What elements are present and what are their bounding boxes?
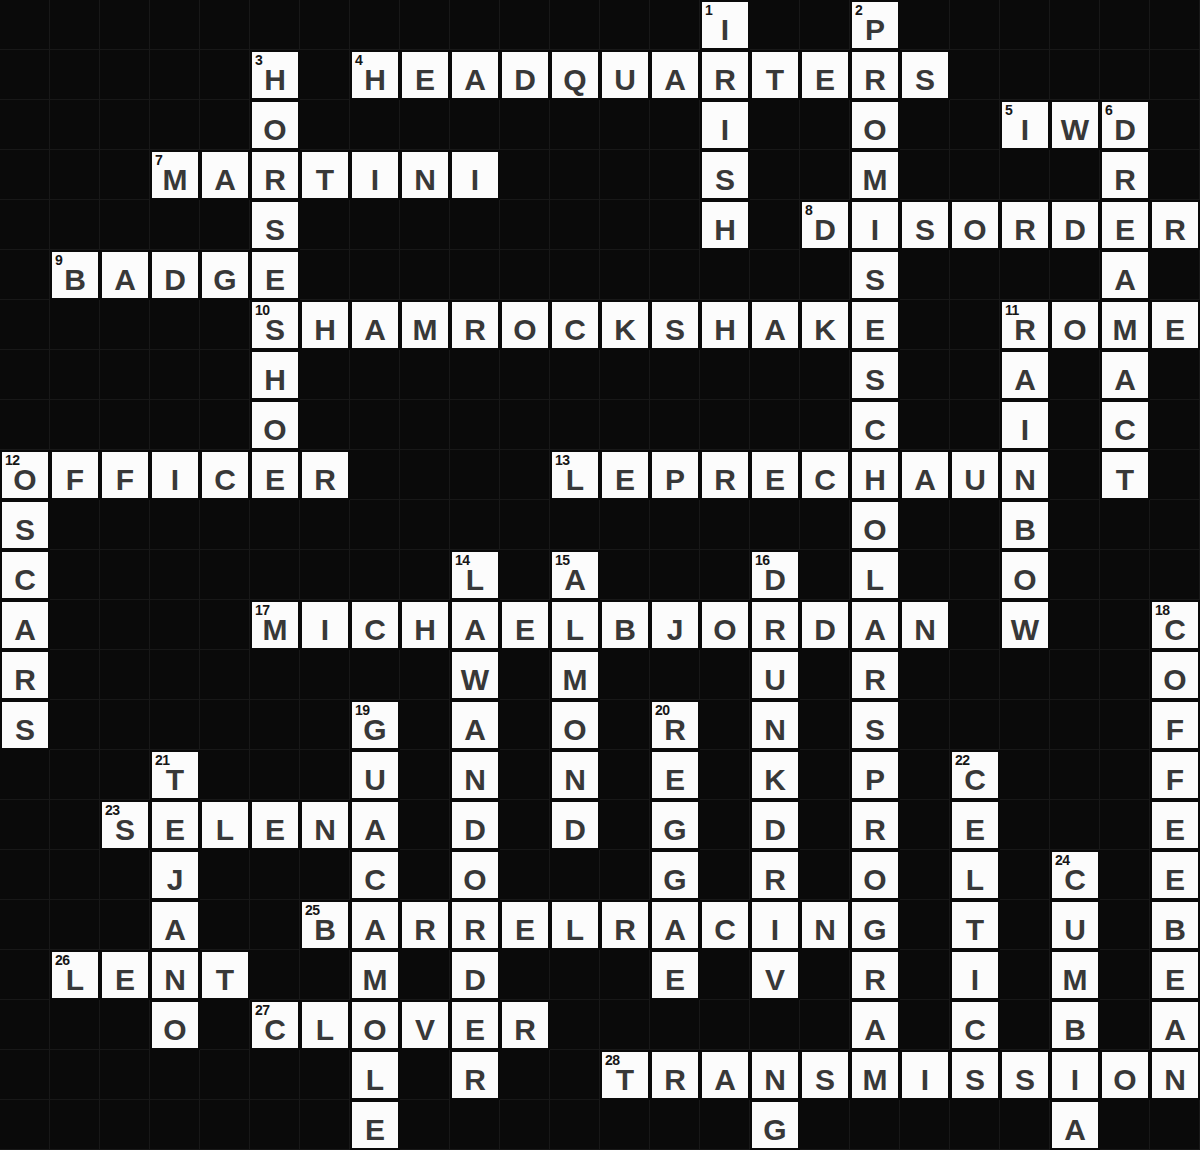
cell-r6c17[interactable]: E bbox=[850, 300, 900, 350]
cell-r3c22[interactable]: R bbox=[1100, 150, 1150, 200]
cell-r6c5[interactable]: 10S bbox=[250, 300, 300, 350]
cell-r6c11[interactable]: C bbox=[550, 300, 600, 350]
cell-r18c13[interactable]: A bbox=[650, 900, 700, 950]
cell-r4c16[interactable]: 8D bbox=[800, 200, 850, 250]
cell-r5c5[interactable]: E bbox=[250, 250, 300, 300]
cell-r12c10[interactable]: E bbox=[500, 600, 550, 650]
block-r2c1 bbox=[50, 100, 100, 150]
cell-r15c13[interactable]: E bbox=[650, 750, 700, 800]
cell-r5c3[interactable]: D bbox=[150, 250, 200, 300]
block-r14c10 bbox=[500, 700, 550, 750]
cell-r6c22[interactable]: M bbox=[1100, 300, 1150, 350]
cell-r4c5[interactable]: S bbox=[250, 200, 300, 250]
cell-r14c13[interactable]: 20R bbox=[650, 700, 700, 750]
block-r13c6 bbox=[300, 650, 350, 700]
block-r13c3 bbox=[150, 650, 200, 700]
cell-letter: H bbox=[414, 615, 436, 648]
cell-r9c15[interactable]: E bbox=[750, 450, 800, 500]
cell-r19c15[interactable]: V bbox=[750, 950, 800, 1000]
cell-r21c22[interactable]: O bbox=[1100, 1050, 1150, 1100]
cell-r16c19[interactable]: E bbox=[950, 800, 1000, 850]
cell-r20c5[interactable]: 27C bbox=[250, 1000, 300, 1050]
cell-r12c13[interactable]: J bbox=[650, 600, 700, 650]
cell-r10c20[interactable]: B bbox=[1000, 500, 1050, 550]
cell-letter: E bbox=[765, 465, 785, 498]
cell-letter: O bbox=[1063, 315, 1086, 348]
block-r8c14 bbox=[700, 400, 750, 450]
cell-letter: U bbox=[964, 465, 986, 498]
cell-r1c11[interactable]: Q bbox=[550, 50, 600, 100]
cell-r9c5[interactable]: E bbox=[250, 450, 300, 500]
cell-r21c9[interactable]: R bbox=[450, 1050, 500, 1100]
cell-r16c4[interactable]: L bbox=[200, 800, 250, 850]
cell-letter: R bbox=[1164, 215, 1186, 248]
cell-r15c19[interactable]: 22C bbox=[950, 750, 1000, 800]
cell-r11c20[interactable]: O bbox=[1000, 550, 1050, 600]
cell-r21c7[interactable]: L bbox=[350, 1050, 400, 1100]
block-r10c5 bbox=[250, 500, 300, 550]
cell-r20c10[interactable]: R bbox=[500, 1000, 550, 1050]
cell-r14c11[interactable]: O bbox=[550, 700, 600, 750]
cell-r12c20[interactable]: W bbox=[1000, 600, 1050, 650]
cell-letter: R bbox=[14, 665, 36, 698]
cell-r18c16[interactable]: N bbox=[800, 900, 850, 950]
cell-r6c10[interactable]: O bbox=[500, 300, 550, 350]
cell-letter: T bbox=[166, 765, 184, 798]
cell-r20c17[interactable]: A bbox=[850, 1000, 900, 1050]
cell-r5c1[interactable]: 9B bbox=[50, 250, 100, 300]
cell-r1c13[interactable]: A bbox=[650, 50, 700, 100]
cell-r2c21[interactable]: W bbox=[1050, 100, 1100, 150]
block-r10c16 bbox=[800, 500, 850, 550]
cell-r19c4[interactable]: T bbox=[200, 950, 250, 1000]
cell-r6c23[interactable]: E bbox=[1150, 300, 1200, 350]
cell-r9c6[interactable]: R bbox=[300, 450, 350, 500]
cell-r6c15[interactable]: A bbox=[750, 300, 800, 350]
cell-r15c3[interactable]: 21T bbox=[150, 750, 200, 800]
cell-r11c11[interactable]: 15A bbox=[550, 550, 600, 600]
cell-r8c17[interactable]: C bbox=[850, 400, 900, 450]
cell-r2c5[interactable]: O bbox=[250, 100, 300, 150]
cell-r4c23[interactable]: R bbox=[1150, 200, 1200, 250]
cell-r12c0[interactable]: A bbox=[0, 600, 50, 650]
cell-r3c8[interactable]: N bbox=[400, 150, 450, 200]
cell-r12c6[interactable]: I bbox=[300, 600, 350, 650]
block-r10c13 bbox=[650, 500, 700, 550]
block-r20c4 bbox=[200, 1000, 250, 1050]
cell-r14c9[interactable]: A bbox=[450, 700, 500, 750]
block-r22c1 bbox=[50, 1100, 100, 1150]
cell-r18c7[interactable]: A bbox=[350, 900, 400, 950]
cell-r16c6[interactable]: N bbox=[300, 800, 350, 850]
block-r6c1 bbox=[50, 300, 100, 350]
cell-letter: I bbox=[1021, 115, 1029, 148]
cell-r2c17[interactable]: O bbox=[850, 100, 900, 150]
block-r5c6 bbox=[300, 250, 350, 300]
cell-r14c7[interactable]: 19G bbox=[350, 700, 400, 750]
cell-r6c16[interactable]: K bbox=[800, 300, 850, 350]
block-r22c10 bbox=[500, 1100, 550, 1150]
block-r14c6 bbox=[300, 700, 350, 750]
cell-r19c13[interactable]: E bbox=[650, 950, 700, 1000]
cell-r5c17[interactable]: S bbox=[850, 250, 900, 300]
cell-r4c19[interactable]: O bbox=[950, 200, 1000, 250]
cell-r1c14[interactable]: R bbox=[700, 50, 750, 100]
cell-r21c16[interactable]: S bbox=[800, 1050, 850, 1100]
block-r5c0 bbox=[0, 250, 50, 300]
cell-r3c17[interactable]: M bbox=[850, 150, 900, 200]
block-r15c2 bbox=[100, 750, 150, 800]
cell-r3c9[interactable]: I bbox=[450, 150, 500, 200]
cell-r5c2[interactable]: A bbox=[100, 250, 150, 300]
block-r13c13 bbox=[650, 650, 700, 700]
cell-r14c0[interactable]: S bbox=[0, 700, 50, 750]
block-r1c1 bbox=[50, 50, 100, 100]
cell-r9c14[interactable]: R bbox=[700, 450, 750, 500]
cell-r2c20[interactable]: 5I bbox=[1000, 100, 1050, 150]
cell-letter: V bbox=[415, 1015, 435, 1048]
cell-r0c14[interactable]: 1I bbox=[700, 0, 750, 50]
cell-r3c14[interactable]: S bbox=[700, 150, 750, 200]
cell-r21c13[interactable]: R bbox=[650, 1050, 700, 1100]
cell-r3c3[interactable]: 7M bbox=[150, 150, 200, 200]
cell-r21c21[interactable]: I bbox=[1050, 1050, 1100, 1100]
cell-r18c6[interactable]: 25B bbox=[300, 900, 350, 950]
cell-r6c13[interactable]: S bbox=[650, 300, 700, 350]
cell-letter: R bbox=[414, 915, 436, 948]
block-r11c6 bbox=[300, 550, 350, 600]
cell-letter: N bbox=[764, 1065, 786, 1098]
cell-r12c18[interactable]: N bbox=[900, 600, 950, 650]
cell-r8c5[interactable]: O bbox=[250, 400, 300, 450]
cell-r7c22[interactable]: A bbox=[1100, 350, 1150, 400]
cell-r13c11[interactable]: M bbox=[550, 650, 600, 700]
cell-r15c11[interactable]: N bbox=[550, 750, 600, 800]
cell-r6c20[interactable]: 11R bbox=[1000, 300, 1050, 350]
cell-r16c17[interactable]: R bbox=[850, 800, 900, 850]
cell-r9c0[interactable]: 12O bbox=[0, 450, 50, 500]
cell-r20c9[interactable]: E bbox=[450, 1000, 500, 1050]
cell-letter: T bbox=[766, 65, 784, 98]
cell-r20c23[interactable]: A bbox=[1150, 1000, 1200, 1050]
block-r15c5 bbox=[250, 750, 300, 800]
cell-r9c1[interactable]: F bbox=[50, 450, 100, 500]
cell-r16c9[interactable]: D bbox=[450, 800, 500, 850]
cell-r13c9[interactable]: W bbox=[450, 650, 500, 700]
cell-letter: R bbox=[1014, 315, 1036, 348]
cell-r11c9[interactable]: 14L bbox=[450, 550, 500, 600]
cell-r9c4[interactable]: C bbox=[200, 450, 250, 500]
cell-r15c9[interactable]: N bbox=[450, 750, 500, 800]
cell-r4c21[interactable]: D bbox=[1050, 200, 1100, 250]
cell-letter: A bbox=[664, 915, 686, 948]
cell-letter: S bbox=[865, 715, 885, 748]
cell-letter: E bbox=[1165, 865, 1185, 898]
cell-r19c21[interactable]: M bbox=[1050, 950, 1100, 1000]
cell-r16c11[interactable]: D bbox=[550, 800, 600, 850]
cell-r18c11[interactable]: L bbox=[550, 900, 600, 950]
cell-letter: E bbox=[415, 65, 435, 98]
cell-r16c5[interactable]: E bbox=[250, 800, 300, 850]
cell-r21c18[interactable]: I bbox=[900, 1050, 950, 1100]
block-r22c5 bbox=[250, 1100, 300, 1150]
cell-r10c17[interactable]: O bbox=[850, 500, 900, 550]
cell-r21c20[interactable]: S bbox=[1000, 1050, 1050, 1100]
cell-r1c17[interactable]: R bbox=[850, 50, 900, 100]
cell-r12c15[interactable]: R bbox=[750, 600, 800, 650]
cell-r20c21[interactable]: B bbox=[1050, 1000, 1100, 1050]
block-r10c19 bbox=[950, 500, 1000, 550]
cell-r20c3[interactable]: O bbox=[150, 1000, 200, 1050]
cell-r6c7[interactable]: A bbox=[350, 300, 400, 350]
cell-letter: H bbox=[714, 315, 736, 348]
cell-r1c5[interactable]: 3H bbox=[250, 50, 300, 100]
cell-r13c23[interactable]: O bbox=[1150, 650, 1200, 700]
cell-r9c17[interactable]: H bbox=[850, 450, 900, 500]
cell-r9c11[interactable]: 13L bbox=[550, 450, 600, 500]
cell-letter: L bbox=[66, 965, 84, 998]
cell-r12c12[interactable]: B bbox=[600, 600, 650, 650]
cell-r9c12[interactable]: E bbox=[600, 450, 650, 500]
block-r8c3 bbox=[150, 400, 200, 450]
cell-r17c23[interactable]: E bbox=[1150, 850, 1200, 900]
cell-r15c17[interactable]: P bbox=[850, 750, 900, 800]
cell-r21c15[interactable]: N bbox=[750, 1050, 800, 1100]
cell-r9c20[interactable]: N bbox=[1000, 450, 1050, 500]
cell-r16c23[interactable]: E bbox=[1150, 800, 1200, 850]
cell-r6c14[interactable]: H bbox=[700, 300, 750, 350]
cell-r4c20[interactable]: R bbox=[1000, 200, 1050, 250]
block-r16c21 bbox=[1050, 800, 1100, 850]
cell-r17c7[interactable]: C bbox=[350, 850, 400, 900]
cell-r1c8[interactable]: E bbox=[400, 50, 450, 100]
cell-r12c16[interactable]: D bbox=[800, 600, 850, 650]
cell-r18c15[interactable]: I bbox=[750, 900, 800, 950]
cell-r2c14[interactable]: I bbox=[700, 100, 750, 150]
cell-r3c5[interactable]: R bbox=[250, 150, 300, 200]
block-r13c4 bbox=[200, 650, 250, 700]
block-r4c3 bbox=[150, 200, 200, 250]
cell-r17c13[interactable]: G bbox=[650, 850, 700, 900]
cell-r7c17[interactable]: S bbox=[850, 350, 900, 400]
cell-r2c22[interactable]: 6D bbox=[1100, 100, 1150, 150]
cell-r9c18[interactable]: A bbox=[900, 450, 950, 500]
cell-r20c19[interactable]: C bbox=[950, 1000, 1000, 1050]
cell-r19c7[interactable]: M bbox=[350, 950, 400, 1000]
block-r17c10 bbox=[500, 850, 550, 900]
cell-r21c23[interactable]: N bbox=[1150, 1050, 1200, 1100]
cell-r12c17[interactable]: A bbox=[850, 600, 900, 650]
block-r3c0 bbox=[0, 150, 50, 200]
cell-r22c7[interactable]: E bbox=[350, 1100, 400, 1150]
cell-r7c20[interactable]: A bbox=[1000, 350, 1050, 400]
cell-letter: M bbox=[263, 615, 288, 648]
cell-r15c23[interactable]: F bbox=[1150, 750, 1200, 800]
cell-r22c15[interactable]: G bbox=[750, 1100, 800, 1150]
cell-r13c0[interactable]: R bbox=[0, 650, 50, 700]
block-r17c4 bbox=[200, 850, 250, 900]
cell-r21c12[interactable]: 28T bbox=[600, 1050, 650, 1100]
cell-r18c21[interactable]: U bbox=[1050, 900, 1100, 950]
cell-r20c8[interactable]: V bbox=[400, 1000, 450, 1050]
cell-r17c21[interactable]: 24C bbox=[1050, 850, 1100, 900]
cell-r1c16[interactable]: E bbox=[800, 50, 850, 100]
cell-r10c0[interactable]: S bbox=[0, 500, 50, 550]
cell-r16c2[interactable]: 23S bbox=[100, 800, 150, 850]
cell-letter: F bbox=[116, 465, 134, 498]
cell-r14c23[interactable]: F bbox=[1150, 700, 1200, 750]
cell-r11c15[interactable]: 16D bbox=[750, 550, 800, 600]
cell-r16c7[interactable]: A bbox=[350, 800, 400, 850]
cell-r12c8[interactable]: H bbox=[400, 600, 450, 650]
cell-r12c14[interactable]: O bbox=[700, 600, 750, 650]
cell-letter: A bbox=[14, 615, 36, 648]
cell-r4c18[interactable]: S bbox=[900, 200, 950, 250]
cell-r17c15[interactable]: R bbox=[750, 850, 800, 900]
cell-r16c13[interactable]: G bbox=[650, 800, 700, 850]
cell-r4c14[interactable]: H bbox=[700, 200, 750, 250]
cell-r18c12[interactable]: R bbox=[600, 900, 650, 950]
cell-letter: G bbox=[213, 265, 236, 298]
cell-r15c7[interactable]: U bbox=[350, 750, 400, 800]
cell-r12c23[interactable]: 18C bbox=[1150, 600, 1200, 650]
cell-r11c0[interactable]: C bbox=[0, 550, 50, 600]
cell-letter: N bbox=[414, 165, 436, 198]
cell-r18c8[interactable]: R bbox=[400, 900, 450, 950]
cell-r18c23[interactable]: B bbox=[1150, 900, 1200, 950]
cell-r0c17[interactable]: 2P bbox=[850, 0, 900, 50]
block-r14c22 bbox=[1100, 700, 1150, 750]
block-r17c18 bbox=[900, 850, 950, 900]
cell-r22c21[interactable]: A bbox=[1050, 1100, 1100, 1150]
cell-r16c3[interactable]: E bbox=[150, 800, 200, 850]
cell-r1c15[interactable]: T bbox=[750, 50, 800, 100]
cell-r9c16[interactable]: C bbox=[800, 450, 850, 500]
cell-letter: T bbox=[616, 1065, 634, 1098]
cell-r21c19[interactable]: S bbox=[950, 1050, 1000, 1100]
block-r22c14 bbox=[700, 1100, 750, 1150]
cell-r1c9[interactable]: A bbox=[450, 50, 500, 100]
block-r20c2 bbox=[100, 1000, 150, 1050]
block-r15c21 bbox=[1050, 750, 1100, 800]
cell-letter: E bbox=[1115, 215, 1135, 248]
cell-r18c14[interactable]: C bbox=[700, 900, 750, 950]
cell-r6c12[interactable]: K bbox=[600, 300, 650, 350]
cell-letter: A bbox=[914, 465, 936, 498]
cell-r19c17[interactable]: R bbox=[850, 950, 900, 1000]
cell-r13c15[interactable]: U bbox=[750, 650, 800, 700]
cell-r6c21[interactable]: O bbox=[1050, 300, 1100, 350]
cell-r9c19[interactable]: U bbox=[950, 450, 1000, 500]
cell-r12c11[interactable]: L bbox=[550, 600, 600, 650]
cell-r8c20[interactable]: I bbox=[1000, 400, 1050, 450]
block-r16c20 bbox=[1000, 800, 1050, 850]
cell-r15c15[interactable]: K bbox=[750, 750, 800, 800]
clue-number-23: 23 bbox=[105, 803, 120, 818]
cell-r1c18[interactable]: S bbox=[900, 50, 950, 100]
cell-r1c7[interactable]: 4H bbox=[350, 50, 400, 100]
cell-letter: A bbox=[364, 315, 386, 348]
cell-r7c5[interactable]: H bbox=[250, 350, 300, 400]
block-r12c21 bbox=[1050, 600, 1100, 650]
cell-r6c8[interactable]: M bbox=[400, 300, 450, 350]
cell-r9c22[interactable]: T bbox=[1100, 450, 1150, 500]
cell-r12c7[interactable]: C bbox=[350, 600, 400, 650]
block-r17c22 bbox=[1100, 850, 1150, 900]
block-r5c15 bbox=[750, 250, 800, 300]
cell-r1c10[interactable]: D bbox=[500, 50, 550, 100]
cell-r3c6[interactable]: T bbox=[300, 150, 350, 200]
cell-r18c3[interactable]: A bbox=[150, 900, 200, 950]
cell-r16c15[interactable]: D bbox=[750, 800, 800, 850]
cell-r18c9[interactable]: R bbox=[450, 900, 500, 950]
cell-r21c14[interactable]: A bbox=[700, 1050, 750, 1100]
cell-r19c2[interactable]: E bbox=[100, 950, 150, 1000]
cell-r18c10[interactable]: E bbox=[500, 900, 550, 950]
cell-r20c7[interactable]: O bbox=[350, 1000, 400, 1050]
cell-r17c3[interactable]: J bbox=[150, 850, 200, 900]
cell-r20c6[interactable]: L bbox=[300, 1000, 350, 1050]
cell-r14c15[interactable]: N bbox=[750, 700, 800, 750]
cell-r17c9[interactable]: O bbox=[450, 850, 500, 900]
cell-r17c17[interactable]: O bbox=[850, 850, 900, 900]
cell-r3c4[interactable]: A bbox=[200, 150, 250, 200]
block-r19c12 bbox=[600, 950, 650, 1000]
cell-r19c1[interactable]: 26L bbox=[50, 950, 100, 1000]
block-r22c13 bbox=[650, 1100, 700, 1150]
cell-r21c17[interactable]: M bbox=[850, 1050, 900, 1100]
cell-letter: E bbox=[465, 1015, 485, 1048]
cell-r19c9[interactable]: D bbox=[450, 950, 500, 1000]
cell-r12c5[interactable]: 17M bbox=[250, 600, 300, 650]
cell-r9c2[interactable]: F bbox=[100, 450, 150, 500]
block-r20c20 bbox=[1000, 1000, 1050, 1050]
cell-r9c13[interactable]: P bbox=[650, 450, 700, 500]
cell-r19c3[interactable]: N bbox=[150, 950, 200, 1000]
block-r8c10 bbox=[500, 400, 550, 450]
clue-number-4: 4 bbox=[355, 53, 362, 68]
cell-r5c4[interactable]: G bbox=[200, 250, 250, 300]
cell-letter: A bbox=[864, 1015, 886, 1048]
cell-r5c22[interactable]: A bbox=[1100, 250, 1150, 300]
cell-r14c17[interactable]: S bbox=[850, 700, 900, 750]
block-r10c12 bbox=[600, 500, 650, 550]
cell-letter: R bbox=[464, 1065, 486, 1098]
cell-r4c17[interactable]: I bbox=[850, 200, 900, 250]
cell-r12c9[interactable]: A bbox=[450, 600, 500, 650]
cell-r1c12[interactable]: U bbox=[600, 50, 650, 100]
cell-r17c19[interactable]: L bbox=[950, 850, 1000, 900]
cell-r18c19[interactable]: T bbox=[950, 900, 1000, 950]
cell-r4c22[interactable]: E bbox=[1100, 200, 1150, 250]
cell-r3c7[interactable]: I bbox=[350, 150, 400, 200]
cell-letter: A bbox=[864, 615, 886, 648]
cell-r11c17[interactable]: L bbox=[850, 550, 900, 600]
cell-r6c6[interactable]: H bbox=[300, 300, 350, 350]
cell-r18c17[interactable]: G bbox=[850, 900, 900, 950]
cell-letter: C bbox=[714, 915, 736, 948]
cell-letter: I bbox=[771, 915, 779, 948]
cell-r8c22[interactable]: C bbox=[1100, 400, 1150, 450]
block-r15c8 bbox=[400, 750, 450, 800]
cell-letter: W bbox=[1061, 115, 1089, 148]
cell-r9c3[interactable]: I bbox=[150, 450, 200, 500]
cell-r19c23[interactable]: E bbox=[1150, 950, 1200, 1000]
cell-r13c17[interactable]: R bbox=[850, 650, 900, 700]
cell-r6c9[interactable]: R bbox=[450, 300, 500, 350]
cell-r19c19[interactable]: I bbox=[950, 950, 1000, 1000]
block-r10c3 bbox=[150, 500, 200, 550]
